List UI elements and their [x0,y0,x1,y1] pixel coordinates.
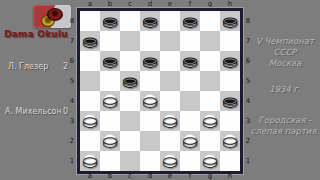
white-man-piece[interactable]: ⛀ [180,131,200,151]
event-title-line1: V Чемпионат [250,36,320,47]
black-man-piece[interactable]: ⛂ [220,51,240,71]
square-c2 [120,131,140,151]
square-b6[interactable]: ⛂ [100,51,120,71]
white-man-glyph: ⛀ [202,151,218,171]
file-label: a [80,173,100,180]
file-labels-bottom: abcdefgh [80,173,240,180]
black-man-glyph: ⛂ [102,51,118,71]
square-e8 [160,11,180,31]
player-black-name: Л. Глезер [8,62,48,71]
square-g7[interactable] [200,31,220,51]
black-man-glyph: ⛂ [82,31,98,51]
square-h3 [220,111,240,131]
black-man-glyph: ⛂ [122,71,138,91]
square-d6[interactable]: ⛂ [140,51,160,71]
event-title-line3: Москва [250,58,320,69]
rank-label: 8 [68,11,76,31]
white-man-glyph: ⛀ [162,151,178,171]
rank-label: 1 [68,151,76,171]
square-f3 [180,111,200,131]
square-a5[interactable] [80,71,100,91]
square-c1[interactable] [120,151,140,171]
file-label: d [140,173,160,180]
white-man-glyph: ⛀ [202,111,218,131]
square-b4[interactable]: ⛀ [100,91,120,111]
event-title: V Чемпионат СССР Москва [250,36,320,69]
square-a6 [80,51,100,71]
square-b2[interactable]: ⛀ [100,131,120,151]
square-b5 [100,71,120,91]
black-man-glyph: ⛂ [222,11,238,31]
square-a7[interactable]: ⛂ [80,31,100,51]
square-c4 [120,91,140,111]
square-e7[interactable] [160,31,180,51]
black-man-glyph: ⛂ [102,11,118,31]
white-man-piece[interactable]: ⛀ [220,131,240,151]
square-h2[interactable]: ⛀ [220,131,240,151]
square-g2 [200,131,220,151]
square-f6[interactable]: ⛂ [180,51,200,71]
white-man-glyph: ⛀ [162,111,178,131]
black-man-piece[interactable]: ⛂ [220,91,240,111]
white-man-glyph: ⛀ [182,131,198,151]
file-labels-top: abcdefgh [80,0,240,8]
black-man-glyph: ⛂ [222,91,238,111]
black-man-piece[interactable]: ⛂ [140,51,160,71]
square-b3 [100,111,120,131]
square-a2 [80,131,100,151]
file-label: e [160,173,180,180]
square-b8[interactable]: ⛂ [100,11,120,31]
square-h4[interactable]: ⛂ [220,91,240,111]
white-man-piece[interactable]: ⛀ [80,111,100,131]
white-man-glyph: ⛀ [222,131,238,151]
white-man-piece[interactable]: ⛀ [100,91,120,111]
rank-label: 5 [68,71,76,91]
rank-label: 2 [68,131,76,151]
white-man-glyph: ⛀ [142,91,158,111]
white-man-piece[interactable]: ⛀ [200,111,220,131]
square-c3[interactable] [120,111,140,131]
rank-label: 4 [68,91,76,111]
event-note-line1: Городская - [250,115,320,126]
square-c5[interactable]: ⛂ [120,71,140,91]
file-label: f [180,173,200,180]
rank-labels-left: 87654321 [68,11,76,171]
rank-label: 6 [68,51,76,71]
square-f4[interactable] [180,91,200,111]
black-man-glyph: ⛂ [142,51,158,71]
file-label: b [100,173,120,180]
square-g5[interactable] [200,71,220,91]
rank-label: 7 [68,31,76,51]
event-title-line2: СССР [250,47,320,58]
square-f7 [180,31,200,51]
rank-label: 1 [244,151,252,171]
square-g6 [200,51,220,71]
rank-label: 8 [244,11,252,31]
black-man-piece[interactable]: ⛂ [140,11,160,31]
square-f5 [180,71,200,91]
white-man-piece[interactable]: ⛀ [200,151,220,171]
square-d1 [140,151,160,171]
square-f2[interactable]: ⛀ [180,131,200,151]
black-man-piece[interactable]: ⛂ [100,11,120,31]
board-frame: ⛂⛂⛂⛂⛂⛂⛂⛂⛂⛂⛀⛀⛂⛀⛀⛀⛀⛀⛀⛀⛀⛀ [77,8,243,174]
square-b1 [100,151,120,171]
square-d7 [140,31,160,51]
logo-checker-red-icon [47,8,63,21]
black-man-piece[interactable]: ⛂ [180,51,200,71]
square-h5 [220,71,240,91]
square-e1[interactable]: ⛀ [160,151,180,171]
square-e5[interactable] [160,71,180,91]
square-b7 [100,31,120,51]
square-f1 [180,151,200,171]
square-h8[interactable]: ⛂ [220,11,240,31]
checkers-board: ⛂⛂⛂⛂⛂⛂⛂⛂⛂⛂⛀⛀⛂⛀⛀⛀⛀⛀⛀⛀⛀⛀ [80,11,240,171]
square-f8[interactable]: ⛂ [180,11,200,31]
black-man-piece[interactable]: ⛂ [220,11,240,31]
white-man-glyph: ⛀ [82,151,98,171]
player-black-row: Л. Глезер 2 [8,62,68,71]
square-a8 [80,11,100,31]
file-label: c [120,173,140,180]
black-man-glyph: ⛂ [182,51,198,71]
square-d3 [140,111,160,131]
square-d2[interactable] [140,131,160,151]
square-c6 [120,51,140,71]
file-label: g [200,173,220,180]
square-c7[interactable] [120,31,140,51]
player-white-row: А. Михельсон 0 [5,107,68,116]
event-note-line2: слепая партия. [250,126,320,137]
dama-okulu-logo [33,5,71,28]
square-h7 [220,31,240,51]
square-h6[interactable]: ⛂ [220,51,240,71]
square-g4 [200,91,220,111]
black-man-piece[interactable]: ⛂ [120,71,140,91]
white-man-glyph: ⛀ [102,91,118,111]
square-g3[interactable]: ⛀ [200,111,220,131]
square-e2 [160,131,180,151]
white-man-glyph: ⛀ [102,131,118,151]
black-man-glyph: ⛂ [182,11,198,31]
square-h1 [220,151,240,171]
white-man-piece[interactable]: ⛀ [160,151,180,171]
square-d4[interactable]: ⛀ [140,91,160,111]
event-year: 1934 г. [250,84,320,95]
event-note: Городская - слепая партия. [250,115,320,137]
square-e6 [160,51,180,71]
white-man-piece[interactable]: ⛀ [160,111,180,131]
square-c8 [120,11,140,31]
black-man-glyph: ⛂ [222,51,238,71]
square-a1[interactable]: ⛀ [80,151,100,171]
square-a3[interactable]: ⛀ [80,111,100,131]
white-man-piece[interactable]: ⛀ [80,151,100,171]
rank-label: 3 [68,111,76,131]
square-e3[interactable]: ⛀ [160,111,180,131]
white-man-piece[interactable]: ⛀ [100,131,120,151]
black-man-glyph: ⛂ [142,11,158,31]
black-man-piece[interactable]: ⛂ [80,31,100,51]
square-e4 [160,91,180,111]
file-label: h [220,173,240,180]
white-man-piece[interactable]: ⛀ [140,91,160,111]
square-d5 [140,71,160,91]
square-d8[interactable]: ⛂ [140,11,160,31]
logo-title: Dama Okulu [0,29,72,39]
black-man-piece[interactable]: ⛂ [100,51,120,71]
square-g1[interactable]: ⛀ [200,151,220,171]
square-g8 [200,11,220,31]
black-man-piece[interactable]: ⛂ [180,11,200,31]
white-man-glyph: ⛀ [82,111,98,131]
player-white-name: А. Михельсон [5,107,62,116]
square-a4 [80,91,100,111]
